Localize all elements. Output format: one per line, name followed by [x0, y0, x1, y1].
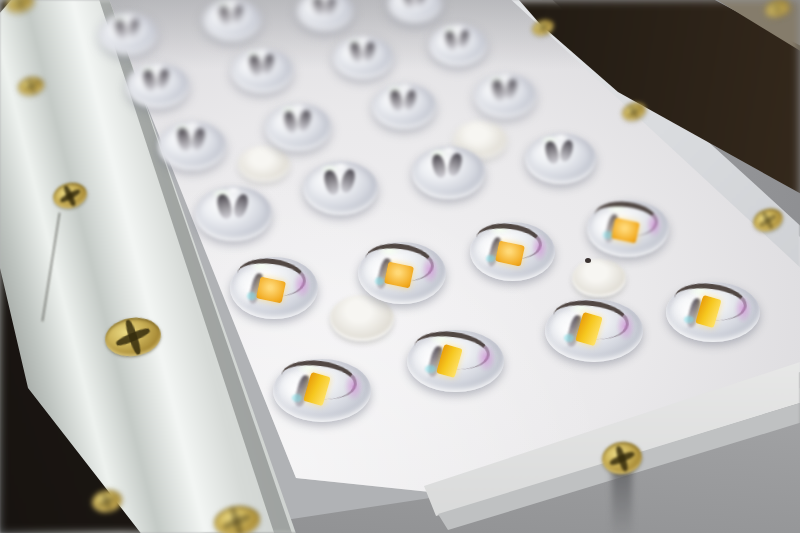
chrome-reflection — [282, 110, 298, 134]
led-lens-dome — [545, 299, 643, 362]
chrome-reflection — [389, 89, 405, 112]
specular-highlight — [333, 162, 350, 171]
led-chip — [495, 240, 524, 266]
chrome-reflection — [504, 78, 519, 100]
diffuser-disc — [238, 146, 290, 182]
cyan-glint — [603, 231, 612, 238]
led-lens-dome — [407, 330, 504, 392]
specular-highlight — [291, 103, 306, 111]
chrome-reflection — [362, 41, 376, 62]
diffuser-disc — [572, 259, 626, 297]
magenta-fringe — [646, 212, 662, 238]
led-lens-dome — [474, 73, 536, 118]
dust-speck — [585, 258, 591, 263]
led-chip — [611, 218, 639, 243]
led-chip — [384, 262, 414, 289]
chrome-reflection — [446, 152, 464, 178]
cyan-glint — [375, 277, 385, 285]
diffuser-disc — [330, 295, 394, 341]
magenta-fringe — [734, 295, 753, 323]
chrome-reflection — [218, 5, 232, 26]
led-lens-dome — [470, 222, 555, 281]
screw-shadow — [612, 470, 632, 533]
chrome-reflection — [338, 168, 356, 194]
led-lens-dome — [429, 24, 487, 66]
specular-highlight — [441, 146, 457, 155]
led-lens-dome — [333, 36, 393, 79]
led-lens-dome — [203, 0, 261, 41]
led-panel-macro-photo — [0, 0, 800, 533]
magenta-fringe — [421, 256, 439, 285]
led-lens-dome — [303, 161, 378, 215]
cyan-glint — [425, 365, 436, 373]
chrome-reflection — [261, 53, 276, 75]
magenta-fringe — [476, 344, 495, 373]
chrome-reflection — [127, 18, 141, 38]
specular-highlight — [553, 133, 569, 142]
chrome-reflection — [324, 0, 337, 15]
led-lens-dome — [412, 146, 485, 199]
led-lens-dome — [230, 257, 318, 319]
chrome-reflection — [312, 0, 326, 17]
magenta-fringe — [531, 234, 548, 261]
chrome-reflection — [215, 193, 234, 221]
led-lens-dome — [358, 242, 446, 304]
chrome-reflection — [114, 19, 128, 40]
led-lens-dome — [587, 200, 669, 257]
magenta-fringe — [616, 312, 636, 341]
chrome-reflection — [559, 139, 576, 164]
chrome-reflection — [402, 0, 415, 9]
chrome-reflection — [543, 140, 560, 166]
led-chip — [256, 277, 286, 304]
magenta-fringe — [344, 372, 364, 401]
led-lens-dome — [126, 63, 189, 108]
led-lens-dome — [158, 121, 226, 170]
led-lens-dome — [666, 282, 760, 342]
chrome-reflection — [297, 109, 313, 132]
specular-highlight — [256, 48, 270, 56]
specular-highlight — [499, 73, 513, 81]
chrome-reflection — [403, 89, 418, 111]
cyan-glint — [247, 292, 257, 300]
chrome-reflection — [349, 41, 364, 63]
chrome-reflection — [191, 127, 207, 151]
chrome-reflection — [322, 168, 340, 195]
led-lens-dome — [231, 48, 293, 93]
specular-highlight — [452, 24, 465, 31]
magenta-fringe — [293, 271, 311, 300]
led-lens-dome — [99, 13, 157, 55]
chrome-reflection — [156, 68, 171, 90]
led-lens-dome — [265, 103, 331, 151]
led-lens-dome — [273, 359, 371, 422]
led-lens-dome — [372, 83, 436, 129]
chrome-reflection — [414, 0, 427, 7]
chrome-reflection — [457, 29, 471, 49]
led-lens-dome — [525, 133, 596, 184]
chrome-reflection — [444, 30, 458, 51]
chrome-reflection — [231, 193, 250, 220]
cyan-glint — [486, 255, 495, 263]
chrome-reflection — [231, 4, 245, 24]
specular-highlight — [122, 13, 135, 20]
specular-highlight — [151, 63, 165, 71]
specular-highlight — [226, 0, 239, 7]
led-lens-dome — [195, 186, 272, 241]
